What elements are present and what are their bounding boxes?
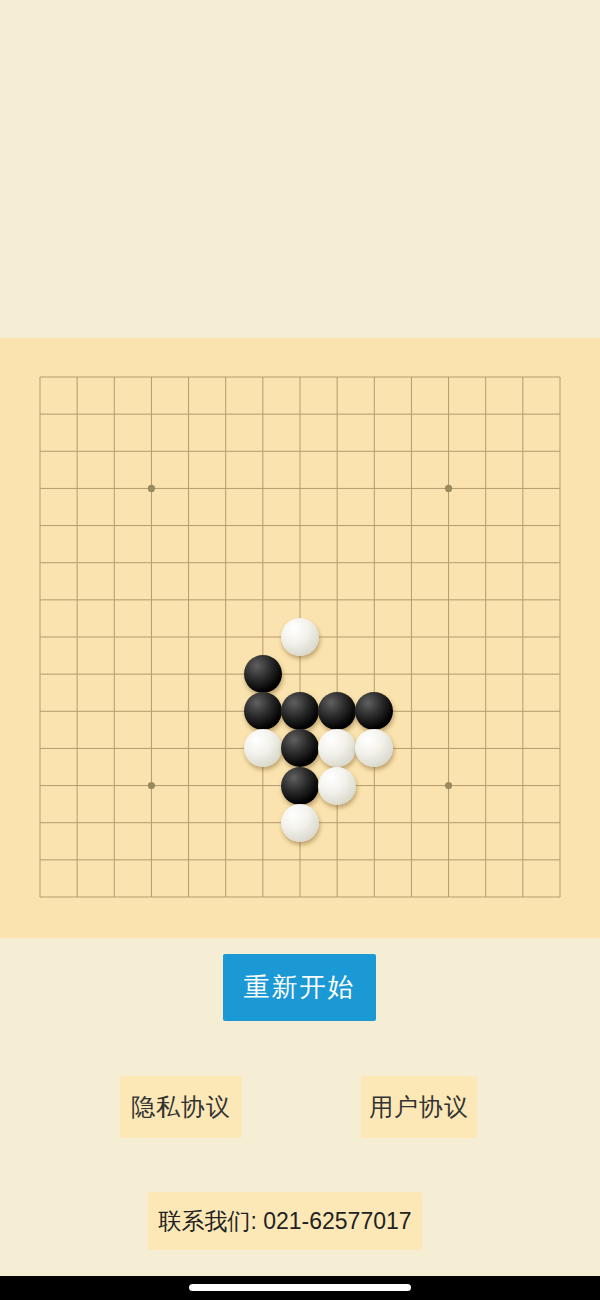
- stone-white: [318, 767, 356, 805]
- contact-info[interactable]: 联系我们: 021-62577017: [148, 1192, 422, 1250]
- user-agreement-button[interactable]: 用户协议: [361, 1076, 477, 1138]
- star-point: [445, 485, 452, 492]
- stone-black: [244, 692, 282, 730]
- restart-button[interactable]: 重新开始: [223, 954, 376, 1021]
- stone-black: [244, 655, 282, 693]
- privacy-policy-button[interactable]: 隐私协议: [120, 1076, 242, 1138]
- star-point: [148, 485, 155, 492]
- stone-white: [281, 804, 319, 842]
- app-screen: 重新开始 隐私协议 用户协议 联系我们: 021-62577017: [0, 0, 600, 1300]
- stone-white: [281, 618, 319, 656]
- stone-black: [281, 767, 319, 805]
- system-nav-bar: [0, 1276, 600, 1300]
- stone-white: [244, 729, 282, 767]
- star-point: [148, 782, 155, 789]
- gomoku-board[interactable]: [0, 338, 600, 938]
- star-point: [445, 782, 452, 789]
- home-indicator[interactable]: [189, 1284, 411, 1291]
